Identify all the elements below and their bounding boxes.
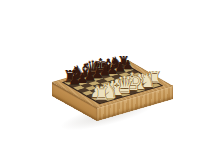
chess-set-product-photo[interactable]: ♜♞♝♛♚♝♞♜♟♟♟♟♟♟♟♟♟♟♟♟♟♟♟♟♜♞♝♛♚♝♞♜ <box>0 0 221 167</box>
